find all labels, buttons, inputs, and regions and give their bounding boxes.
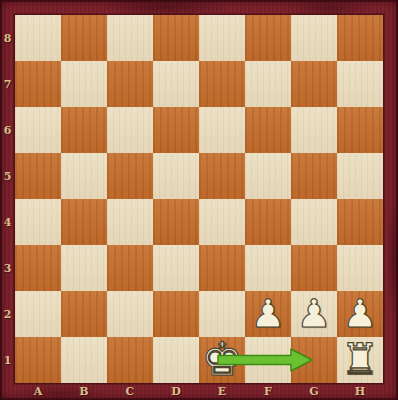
square-h4[interactable]	[337, 199, 383, 245]
square-c8[interactable]	[107, 15, 153, 61]
white-rook[interactable]: ♜	[341, 338, 380, 381]
square-e2[interactable]	[199, 291, 245, 337]
square-c1[interactable]	[107, 337, 153, 383]
square-d3[interactable]	[153, 245, 199, 291]
square-d5[interactable]	[153, 153, 199, 199]
rank-label-4: 4	[4, 216, 12, 229]
square-g8[interactable]	[291, 15, 337, 61]
rank-labels: 87654321	[0, 15, 15, 383]
square-h3[interactable]	[337, 245, 383, 291]
square-a8[interactable]	[15, 15, 61, 61]
file-label-g: G	[309, 385, 318, 398]
rank-label-5: 5	[4, 170, 12, 183]
square-a7[interactable]	[15, 61, 61, 107]
square-b3[interactable]	[61, 245, 107, 291]
square-f4[interactable]	[245, 199, 291, 245]
square-b8[interactable]	[61, 15, 107, 61]
square-d4[interactable]	[153, 199, 199, 245]
rank-label-1: 1	[4, 354, 12, 367]
square-h5[interactable]	[337, 153, 383, 199]
square-b5[interactable]	[61, 153, 107, 199]
file-label-h: H	[355, 385, 365, 398]
square-b2[interactable]	[61, 291, 107, 337]
square-h7[interactable]	[337, 61, 383, 107]
square-e1[interactable]: ♚	[199, 337, 245, 383]
file-label-e: E	[218, 385, 226, 398]
square-e3[interactable]	[199, 245, 245, 291]
chess-board-frame: ♟♟♟♚♜ 87654321 ABCDEFGH	[0, 0, 398, 400]
square-g1[interactable]	[291, 337, 337, 383]
square-a2[interactable]	[15, 291, 61, 337]
square-g2[interactable]: ♟	[291, 291, 337, 337]
rank-label-2: 2	[4, 308, 12, 321]
square-b4[interactable]	[61, 199, 107, 245]
file-label-a: A	[34, 385, 43, 398]
square-f3[interactable]	[245, 245, 291, 291]
square-g3[interactable]	[291, 245, 337, 291]
square-h6[interactable]	[337, 107, 383, 153]
square-b6[interactable]	[61, 107, 107, 153]
file-label-f: F	[264, 385, 272, 398]
file-label-c: C	[126, 385, 135, 398]
white-pawn[interactable]: ♟	[251, 294, 286, 333]
square-a3[interactable]	[15, 245, 61, 291]
square-c3[interactable]	[107, 245, 153, 291]
square-h8[interactable]	[337, 15, 383, 61]
square-g5[interactable]	[291, 153, 337, 199]
square-e6[interactable]	[199, 107, 245, 153]
square-f5[interactable]	[245, 153, 291, 199]
square-d8[interactable]	[153, 15, 199, 61]
square-f6[interactable]	[245, 107, 291, 153]
square-d1[interactable]	[153, 337, 199, 383]
square-c4[interactable]	[107, 199, 153, 245]
square-h2[interactable]: ♟	[337, 291, 383, 337]
square-f1[interactable]	[245, 337, 291, 383]
square-e8[interactable]	[199, 15, 245, 61]
square-c2[interactable]	[107, 291, 153, 337]
file-labels: ABCDEFGH	[15, 383, 383, 400]
square-b1[interactable]	[61, 337, 107, 383]
white-pawn[interactable]: ♟	[343, 294, 378, 333]
square-e7[interactable]	[199, 61, 245, 107]
square-f7[interactable]	[245, 61, 291, 107]
rank-label-3: 3	[4, 262, 12, 275]
square-b7[interactable]	[61, 61, 107, 107]
square-a5[interactable]	[15, 153, 61, 199]
square-c5[interactable]	[107, 153, 153, 199]
square-g6[interactable]	[291, 107, 337, 153]
board: ♟♟♟♚♜	[15, 15, 383, 383]
square-a4[interactable]	[15, 199, 61, 245]
square-d7[interactable]	[153, 61, 199, 107]
square-f8[interactable]	[245, 15, 291, 61]
square-e5[interactable]	[199, 153, 245, 199]
square-c6[interactable]	[107, 107, 153, 153]
square-h1[interactable]: ♜	[337, 337, 383, 383]
white-king[interactable]: ♚	[201, 336, 242, 382]
file-label-d: D	[171, 385, 181, 398]
square-g7[interactable]	[291, 61, 337, 107]
square-a1[interactable]	[15, 337, 61, 383]
square-c7[interactable]	[107, 61, 153, 107]
white-pawn[interactable]: ♟	[297, 294, 332, 333]
square-d6[interactable]	[153, 107, 199, 153]
file-label-b: B	[79, 385, 88, 398]
square-g4[interactable]	[291, 199, 337, 245]
rank-label-6: 6	[4, 124, 12, 137]
square-f2[interactable]: ♟	[245, 291, 291, 337]
square-e4[interactable]	[199, 199, 245, 245]
rank-label-8: 8	[4, 32, 12, 45]
rank-label-7: 7	[4, 78, 12, 91]
square-d2[interactable]	[153, 291, 199, 337]
square-a6[interactable]	[15, 107, 61, 153]
